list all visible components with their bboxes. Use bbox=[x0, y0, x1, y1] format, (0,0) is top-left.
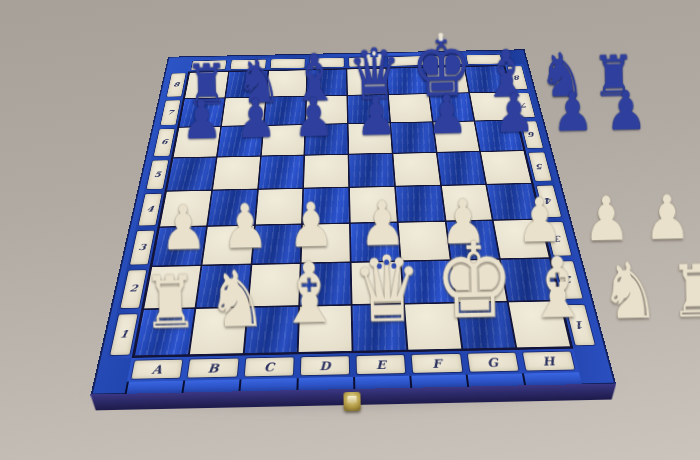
top-plate bbox=[427, 55, 462, 65]
piece-blue-R-h8: ♜ bbox=[592, 50, 635, 102]
square-a8 bbox=[185, 72, 228, 98]
square-c1 bbox=[244, 307, 298, 353]
top-plate bbox=[231, 60, 266, 70]
file-label-g: G bbox=[467, 353, 518, 372]
file-label-h: H bbox=[523, 352, 575, 371]
square-f7 bbox=[389, 94, 432, 122]
top-plate bbox=[191, 60, 226, 70]
top-plate bbox=[310, 58, 344, 68]
square-g3 bbox=[446, 221, 499, 260]
rank-label-right-8: 8 bbox=[508, 66, 528, 89]
chess-board: 87654321 87654321 ABCDEFGH ♜♞♝♛♚♝♞♜♟♟♟♟♟… bbox=[90, 49, 616, 395]
square-a2 bbox=[144, 266, 200, 308]
square-g2 bbox=[451, 260, 507, 302]
square-c5 bbox=[258, 156, 303, 189]
file-label-e: E bbox=[357, 355, 406, 374]
top-plate bbox=[388, 56, 423, 66]
square-g5 bbox=[437, 152, 485, 185]
square-b4 bbox=[208, 190, 257, 226]
square-e6 bbox=[349, 123, 392, 153]
square-a6 bbox=[174, 127, 221, 157]
piece-blue-P-h7: ♟ bbox=[605, 86, 647, 136]
square-d6 bbox=[305, 124, 347, 154]
piece-white-P-h2: ♟ bbox=[644, 190, 692, 247]
square-f4 bbox=[396, 186, 445, 221]
scene-tilt: 87654321 87654321 ABCDEFGH ♜♞♝♛♚♝♞♜♟♟♟♟♟… bbox=[0, 0, 700, 460]
square-h6 bbox=[475, 121, 523, 151]
square-h1 bbox=[509, 301, 570, 347]
square-b3 bbox=[202, 226, 253, 265]
square-a7 bbox=[179, 98, 224, 126]
file-label-a: A bbox=[131, 360, 182, 379]
brass-clasp-icon bbox=[343, 392, 360, 411]
square-b1 bbox=[190, 308, 247, 354]
square-c3 bbox=[252, 225, 301, 264]
square-c7 bbox=[264, 97, 306, 125]
square-e3 bbox=[351, 223, 400, 262]
square-h2 bbox=[501, 259, 559, 301]
square-b2 bbox=[196, 265, 250, 307]
square-e8 bbox=[347, 69, 387, 95]
file-label-d: D bbox=[301, 356, 349, 375]
table-background: 87654321 87654321 ABCDEFGH ♜♞♝♛♚♝♞♜♟♟♟♟♟… bbox=[0, 0, 700, 460]
square-d1 bbox=[299, 306, 352, 352]
square-f3 bbox=[398, 222, 449, 261]
square-h5 bbox=[481, 151, 531, 184]
square-e7 bbox=[348, 95, 389, 123]
square-c2 bbox=[248, 264, 300, 306]
square-c8 bbox=[266, 70, 306, 96]
square-f5 bbox=[393, 153, 440, 186]
square-b8 bbox=[226, 71, 268, 97]
square-a4 bbox=[160, 191, 211, 227]
square-c6 bbox=[261, 125, 304, 155]
square-e1 bbox=[353, 305, 407, 351]
square-b6 bbox=[217, 126, 262, 156]
square-e4 bbox=[350, 187, 397, 223]
top-plate bbox=[466, 55, 502, 65]
square-d8 bbox=[307, 69, 346, 95]
file-label-f: F bbox=[412, 354, 462, 373]
piece-blue-P-g7: ♟ bbox=[551, 87, 593, 137]
rank-label-right-7: 7 bbox=[514, 93, 535, 118]
square-f8 bbox=[387, 68, 428, 94]
piece-white-R-h1: ♜ bbox=[669, 258, 700, 325]
square-d3 bbox=[302, 224, 350, 263]
square-e2 bbox=[352, 262, 403, 304]
square-b5 bbox=[213, 157, 260, 190]
square-e5 bbox=[349, 154, 394, 187]
square-c4 bbox=[255, 189, 302, 225]
piece-blue-N-g8: ♞ bbox=[539, 47, 586, 103]
piece-white-N-g1: ♞ bbox=[600, 254, 660, 326]
square-d2 bbox=[300, 263, 350, 305]
top-plate bbox=[349, 57, 383, 67]
square-h7 bbox=[470, 92, 516, 120]
file-label-c: C bbox=[244, 357, 293, 376]
square-h3 bbox=[494, 220, 549, 258]
square-a1 bbox=[135, 309, 194, 355]
square-d5 bbox=[304, 155, 348, 188]
square-g6 bbox=[433, 122, 479, 152]
square-g8 bbox=[426, 67, 469, 93]
square-d7 bbox=[306, 96, 347, 124]
square-h8 bbox=[465, 66, 509, 92]
square-d4 bbox=[303, 188, 349, 224]
top-plate bbox=[270, 59, 304, 69]
squares-grid bbox=[132, 65, 574, 358]
square-h4 bbox=[487, 184, 539, 219]
square-f2 bbox=[401, 261, 454, 303]
square-a5 bbox=[167, 158, 216, 191]
square-a3 bbox=[152, 227, 205, 266]
square-g4 bbox=[441, 185, 491, 220]
square-g1 bbox=[457, 302, 516, 348]
file-label-b: B bbox=[188, 359, 238, 378]
square-b7 bbox=[222, 98, 265, 126]
square-f6 bbox=[391, 122, 436, 152]
square-g7 bbox=[429, 93, 473, 121]
square-f1 bbox=[405, 303, 461, 349]
piece-white-P-g2: ♟ bbox=[582, 192, 630, 249]
